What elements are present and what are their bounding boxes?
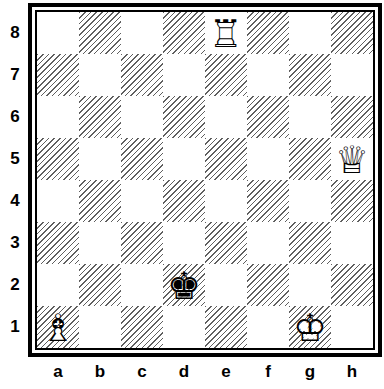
square-b4[interactable]: [79, 180, 121, 222]
white-bishop-icon: ♗: [37, 306, 79, 348]
square-e2[interactable]: [205, 264, 247, 306]
square-d6[interactable]: [163, 96, 205, 138]
square-f8[interactable]: [247, 12, 289, 54]
square-d8[interactable]: [163, 12, 205, 54]
square-e4[interactable]: [205, 180, 247, 222]
square-c4[interactable]: [121, 180, 163, 222]
file-label-g: g: [289, 357, 331, 387]
square-h8[interactable]: [331, 12, 373, 54]
square-h5[interactable]: ♛♕: [331, 138, 373, 180]
rank-label-7: 7: [2, 54, 28, 96]
square-a3[interactable]: [37, 222, 79, 264]
rank-label-4: 4: [2, 180, 28, 222]
file-label-f: f: [247, 357, 289, 387]
board-inner-border: ♜♖♛♕♚♝♗♚♔: [35, 10, 375, 350]
square-a1[interactable]: ♝♗: [37, 306, 79, 348]
rank-label-8: 8: [2, 12, 28, 54]
square-f4[interactable]: [247, 180, 289, 222]
square-c7[interactable]: [121, 54, 163, 96]
square-a5[interactable]: [37, 138, 79, 180]
square-h4[interactable]: [331, 180, 373, 222]
file-label-h: h: [331, 357, 373, 387]
black-king-icon: ♚: [163, 264, 205, 306]
file-labels: abcdefgh: [37, 357, 373, 387]
white-rook-icon: ♖: [205, 12, 247, 54]
square-b1[interactable]: [79, 306, 121, 348]
square-a6[interactable]: [37, 96, 79, 138]
square-h7[interactable]: [331, 54, 373, 96]
square-d7[interactable]: [163, 54, 205, 96]
rank-label-2: 2: [2, 264, 28, 306]
square-c1[interactable]: [121, 306, 163, 348]
square-g5[interactable]: [289, 138, 331, 180]
square-b2[interactable]: [79, 264, 121, 306]
square-h3[interactable]: [331, 222, 373, 264]
piece-white-rook-e8[interactable]: ♜♖: [205, 12, 247, 54]
square-e8[interactable]: ♜♖: [205, 12, 247, 54]
rank-label-1: 1: [2, 306, 28, 348]
square-g2[interactable]: [289, 264, 331, 306]
square-d3[interactable]: [163, 222, 205, 264]
square-c8[interactable]: [121, 12, 163, 54]
file-labels-spacer: [2, 357, 37, 387]
square-f5[interactable]: [247, 138, 289, 180]
square-c6[interactable]: [121, 96, 163, 138]
file-labels-row: abcdefgh: [2, 357, 384, 387]
square-c5[interactable]: [121, 138, 163, 180]
rank-labels: 87654321: [2, 3, 28, 348]
square-d1[interactable]: [163, 306, 205, 348]
square-a2[interactable]: [37, 264, 79, 306]
square-f6[interactable]: [247, 96, 289, 138]
square-d2[interactable]: ♚: [163, 264, 205, 306]
piece-black-king-d2[interactable]: ♚: [163, 264, 205, 306]
square-e5[interactable]: [205, 138, 247, 180]
square-g4[interactable]: [289, 180, 331, 222]
square-e3[interactable]: [205, 222, 247, 264]
square-b7[interactable]: [79, 54, 121, 96]
piece-white-king-g1[interactable]: ♚♔: [289, 306, 331, 348]
board-row: 87654321 ♜♖♛♕♚♝♗♚♔: [2, 3, 384, 357]
board-frame: ♜♖♛♕♚♝♗♚♔: [28, 3, 382, 357]
file-label-e: e: [205, 357, 247, 387]
square-e6[interactable]: [205, 96, 247, 138]
square-c3[interactable]: [121, 222, 163, 264]
square-h2[interactable]: [331, 264, 373, 306]
square-f7[interactable]: [247, 54, 289, 96]
file-label-c: c: [121, 357, 163, 387]
rank-label-3: 3: [2, 222, 28, 264]
square-g3[interactable]: [289, 222, 331, 264]
square-b5[interactable]: [79, 138, 121, 180]
piece-white-bishop-a1[interactable]: ♝♗: [37, 306, 79, 348]
square-b6[interactable]: [79, 96, 121, 138]
square-g8[interactable]: [289, 12, 331, 54]
square-a8[interactable]: [37, 12, 79, 54]
rank-label-6: 6: [2, 96, 28, 138]
white-king-icon: ♔: [289, 306, 331, 348]
square-b8[interactable]: [79, 12, 121, 54]
square-f3[interactable]: [247, 222, 289, 264]
chess-board: ♜♖♛♕♚♝♗♚♔: [37, 12, 373, 348]
square-a7[interactable]: [37, 54, 79, 96]
square-g1[interactable]: ♚♔: [289, 306, 331, 348]
chess-diagram: 87654321 ♜♖♛♕♚♝♗♚♔ abcdefgh: [0, 0, 384, 387]
square-e1[interactable]: [205, 306, 247, 348]
file-label-b: b: [79, 357, 121, 387]
square-c2[interactable]: [121, 264, 163, 306]
square-d5[interactable]: [163, 138, 205, 180]
square-e7[interactable]: [205, 54, 247, 96]
file-label-d: d: [163, 357, 205, 387]
square-h6[interactable]: [331, 96, 373, 138]
rank-label-5: 5: [2, 138, 28, 180]
file-label-a: a: [37, 357, 79, 387]
square-f1[interactable]: [247, 306, 289, 348]
square-g7[interactable]: [289, 54, 331, 96]
square-a4[interactable]: [37, 180, 79, 222]
square-g6[interactable]: [289, 96, 331, 138]
square-b3[interactable]: [79, 222, 121, 264]
square-f2[interactable]: [247, 264, 289, 306]
square-d4[interactable]: [163, 180, 205, 222]
white-queen-icon: ♕: [331, 138, 373, 180]
square-h1[interactable]: [331, 306, 373, 348]
piece-white-queen-h5[interactable]: ♛♕: [331, 138, 373, 180]
